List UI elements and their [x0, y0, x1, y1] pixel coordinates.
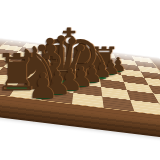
photo-stage: ♜♞♝♛♚♝♞♜♟♟♟♟♟♟♟♟	[0, 0, 160, 160]
pieces-layer: ♜♞♝♛♚♝♞♜♟♟♟♟♟♟♟♟	[0, 0, 160, 160]
pawn-icon: ♟	[27, 69, 58, 104]
